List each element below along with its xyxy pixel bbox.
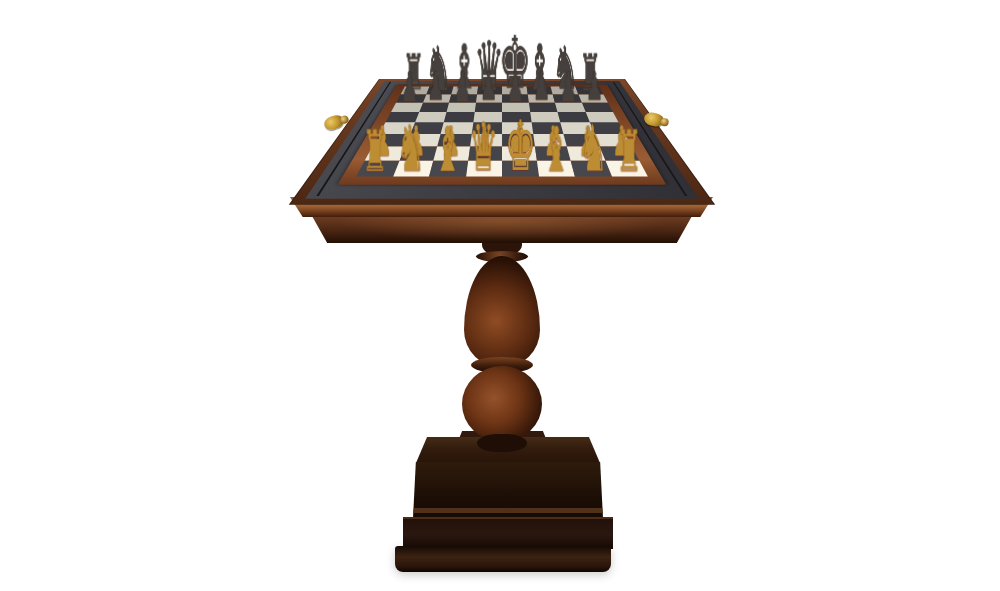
piece-white-bishop[interactable]: ♝: [543, 123, 571, 175]
square-h7[interactable]: ♟: [578, 94, 608, 103]
base-step-molding: [413, 508, 603, 513]
square-b1[interactable]: ♞: [393, 161, 434, 177]
pedestal-foot: [477, 434, 527, 452]
board-frame: ♜♞♝♛♚♝♞♜♟♟♟♟♟♟♟♟♟♟♟♟♟♟♟♟♜♞♝♛♚♝♞♜: [338, 84, 667, 184]
square-a7[interactable]: ♟: [396, 94, 426, 103]
base-lower-step: [403, 517, 613, 549]
pedestal-teardrop: [464, 256, 540, 368]
pedestal-bulb: [462, 366, 542, 442]
piece-white-rook[interactable]: ♜: [617, 128, 642, 176]
square-c7[interactable]: ♟: [449, 94, 477, 103]
tabletop-margin: ♜♞♝♛♚♝♞♜♟♟♟♟♟♟♟♟♟♟♟♟♟♟♟♟♜♞♝♛♚♝♞♜: [305, 81, 699, 199]
piece-black-pawn[interactable]: ♟: [480, 69, 498, 103]
piece-black-pawn[interactable]: ♟: [453, 69, 471, 103]
square-g7[interactable]: ♟: [553, 94, 582, 103]
piece-white-bishop[interactable]: ♝: [434, 123, 462, 175]
square-h1[interactable]: ♜: [605, 161, 648, 177]
square-g1[interactable]: ♞: [571, 161, 612, 177]
tabletop: ♜♞♝♛♚♝♞♜♟♟♟♟♟♟♟♟♟♟♟♟♟♟♟♟♜♞♝♛♚♝♞♜: [289, 79, 715, 205]
product-photo-scene: ♜♞♝♛♚♝♞♜♟♟♟♟♟♟♟♟♟♟♟♟♟♟♟♟♜♞♝♛♚♝♞♜: [0, 0, 1000, 591]
base-plinth: [395, 546, 611, 572]
piece-white-knight[interactable]: ♞: [397, 121, 426, 176]
square-c1[interactable]: ♝: [429, 161, 468, 177]
piece-white-knight[interactable]: ♞: [579, 121, 608, 176]
square-f7[interactable]: ♟: [527, 94, 555, 103]
square-d1[interactable]: ♛: [466, 161, 502, 177]
piece-black-pawn[interactable]: ♟: [427, 69, 445, 103]
piece-white-rook[interactable]: ♜: [362, 128, 387, 176]
square-e7[interactable]: ♟: [502, 94, 528, 103]
tabletop-apron: [312, 216, 692, 243]
piece-black-pawn[interactable]: ♟: [401, 69, 419, 103]
piece-black-pawn[interactable]: ♟: [506, 69, 524, 103]
piece-black-pawn[interactable]: ♟: [586, 69, 604, 103]
piece-black-pawn[interactable]: ♟: [559, 69, 577, 103]
chess-board: ♜♞♝♛♚♝♞♜♟♟♟♟♟♟♟♟♟♟♟♟♟♟♟♟♜♞♝♛♚♝♞♜: [356, 86, 648, 176]
piece-black-pawn[interactable]: ♟: [533, 69, 551, 103]
square-d7[interactable]: ♟: [476, 94, 502, 103]
square-b7[interactable]: ♟: [423, 94, 452, 103]
piece-white-queen[interactable]: ♛: [469, 119, 499, 176]
square-e1[interactable]: ♚: [502, 161, 538, 177]
square-f1[interactable]: ♝: [536, 161, 575, 177]
piece-white-king[interactable]: ♚: [505, 117, 536, 176]
